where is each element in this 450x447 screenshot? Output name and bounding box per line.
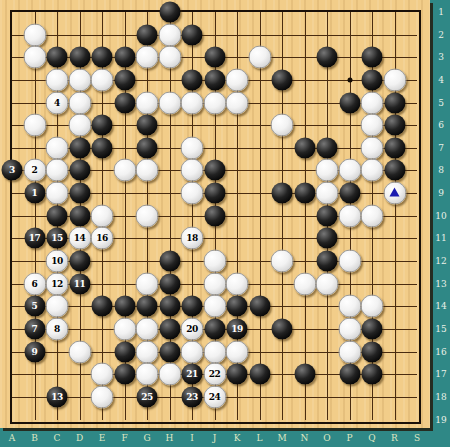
stone-white[interactable] bbox=[293, 272, 316, 295]
stone-white[interactable] bbox=[68, 68, 91, 91]
move-number: 12 bbox=[51, 279, 63, 288]
stone-white[interactable] bbox=[181, 136, 204, 159]
stone-black[interactable] bbox=[227, 364, 248, 385]
stone-black[interactable] bbox=[47, 47, 68, 68]
stone-white[interactable] bbox=[181, 340, 204, 363]
row-label: 6 bbox=[432, 120, 450, 130]
stone-white[interactable] bbox=[338, 295, 361, 318]
stone-white[interactable] bbox=[361, 91, 384, 114]
stone-white[interactable] bbox=[158, 363, 181, 386]
stone-black[interactable] bbox=[69, 160, 90, 181]
go-game-screenshot: 4321171514161810612115782019921221325232… bbox=[0, 0, 450, 447]
move-number: 5 bbox=[32, 302, 38, 311]
stone-black[interactable] bbox=[92, 47, 113, 68]
stone-black[interactable] bbox=[159, 273, 180, 294]
stone-black[interactable] bbox=[69, 205, 90, 226]
stone-white[interactable] bbox=[338, 340, 361, 363]
stone-black[interactable] bbox=[384, 92, 405, 113]
stone-black[interactable] bbox=[204, 69, 225, 90]
stone-white[interactable] bbox=[181, 182, 204, 205]
stone-white[interactable] bbox=[136, 317, 159, 340]
stone-black[interactable] bbox=[204, 47, 225, 68]
stone-black[interactable] bbox=[114, 69, 135, 90]
stone-white[interactable] bbox=[23, 23, 46, 46]
stone-white[interactable] bbox=[181, 159, 204, 182]
stone-white[interactable]: 4 bbox=[46, 91, 69, 114]
stone-white[interactable] bbox=[383, 182, 406, 205]
stone-black[interactable] bbox=[159, 251, 180, 272]
column-label: L bbox=[253, 433, 267, 443]
row-label: 19 bbox=[432, 415, 450, 425]
stone-white[interactable] bbox=[361, 114, 384, 137]
stone-black[interactable] bbox=[317, 137, 338, 158]
stone-white[interactable] bbox=[136, 272, 159, 295]
stone-black[interactable]: 1 bbox=[24, 183, 45, 204]
stone-black[interactable] bbox=[137, 24, 158, 45]
stone-white[interactable] bbox=[338, 317, 361, 340]
stone-black[interactable] bbox=[47, 205, 68, 226]
row-label: 7 bbox=[432, 143, 450, 153]
stone-black[interactable] bbox=[384, 137, 405, 158]
column-label: R bbox=[388, 433, 402, 443]
row-label: 14 bbox=[432, 301, 450, 311]
stone-white[interactable] bbox=[226, 68, 249, 91]
stone-black[interactable]: 15 bbox=[47, 228, 68, 249]
stone-black[interactable] bbox=[272, 318, 293, 339]
stone-black[interactable] bbox=[339, 92, 360, 113]
move-number: 23 bbox=[186, 392, 198, 401]
stone-white[interactable] bbox=[248, 46, 271, 69]
stone-black[interactable] bbox=[92, 296, 113, 317]
stone-white[interactable]: 18 bbox=[181, 227, 204, 250]
stone-black[interactable]: 5 bbox=[24, 296, 45, 317]
stone-black[interactable] bbox=[69, 183, 90, 204]
row-label: 16 bbox=[432, 347, 450, 357]
stone-white[interactable] bbox=[203, 340, 226, 363]
stone-black[interactable]: 11 bbox=[69, 273, 90, 294]
stone-white[interactable]: 14 bbox=[68, 227, 91, 250]
column-label: C bbox=[50, 433, 64, 443]
stone-white[interactable] bbox=[68, 114, 91, 137]
column-label: D bbox=[73, 433, 87, 443]
row-label: 1 bbox=[432, 7, 450, 17]
stone-white[interactable] bbox=[46, 295, 69, 318]
move-number: 1 bbox=[32, 189, 38, 198]
stone-white[interactable] bbox=[203, 295, 226, 318]
stone-black[interactable] bbox=[114, 47, 135, 68]
stone-white[interactable] bbox=[46, 159, 69, 182]
stone-white[interactable] bbox=[338, 159, 361, 182]
stone-white[interactable] bbox=[46, 136, 69, 159]
stone-white[interactable] bbox=[91, 363, 114, 386]
stone-black[interactable] bbox=[159, 318, 180, 339]
stone-black[interactable] bbox=[114, 364, 135, 385]
stone-black[interactable] bbox=[384, 115, 405, 136]
stone-black[interactable]: 9 bbox=[24, 341, 45, 362]
move-number: 24 bbox=[209, 392, 221, 401]
stone-white[interactable] bbox=[158, 91, 181, 114]
stone-white[interactable] bbox=[338, 250, 361, 273]
stone-black[interactable] bbox=[137, 296, 158, 317]
stone-black[interactable] bbox=[159, 2, 180, 23]
column-label: O bbox=[320, 433, 334, 443]
stone-black[interactable] bbox=[182, 69, 203, 90]
stone-white[interactable] bbox=[361, 136, 384, 159]
stone-black[interactable] bbox=[272, 183, 293, 204]
move-number: 6 bbox=[32, 279, 38, 288]
stone-black[interactable] bbox=[204, 205, 225, 226]
stone-black[interactable] bbox=[362, 364, 383, 385]
column-label: M bbox=[275, 433, 289, 443]
move-number: 22 bbox=[209, 370, 221, 379]
move-number: 10 bbox=[51, 257, 63, 266]
move-number: 8 bbox=[54, 324, 60, 333]
stone-white[interactable] bbox=[46, 68, 69, 91]
stone-black[interactable] bbox=[317, 47, 338, 68]
stone-white[interactable] bbox=[136, 46, 159, 69]
stone-black[interactable] bbox=[204, 160, 225, 181]
stone-white[interactable]: 22 bbox=[203, 363, 226, 386]
move-number: 16 bbox=[96, 234, 108, 243]
stone-white[interactable] bbox=[68, 91, 91, 114]
stone-black[interactable] bbox=[384, 160, 405, 181]
stone-black[interactable]: 19 bbox=[227, 318, 248, 339]
column-label: S bbox=[410, 433, 424, 443]
stone-white[interactable] bbox=[68, 340, 91, 363]
stone-white[interactable] bbox=[158, 46, 181, 69]
stone-black[interactable] bbox=[92, 137, 113, 158]
stone-white[interactable] bbox=[23, 114, 46, 137]
column-label: I bbox=[185, 433, 199, 443]
stone-white[interactable] bbox=[361, 204, 384, 227]
stone-black[interactable] bbox=[92, 115, 113, 136]
stone-white[interactable] bbox=[158, 23, 181, 46]
star-point bbox=[347, 77, 352, 82]
stone-white[interactable] bbox=[316, 272, 339, 295]
stone-white[interactable] bbox=[226, 91, 249, 114]
row-label: 15 bbox=[432, 324, 450, 334]
move-number: 25 bbox=[141, 392, 153, 401]
stone-black[interactable] bbox=[137, 115, 158, 136]
stone-black[interactable] bbox=[362, 47, 383, 68]
stone-black[interactable] bbox=[159, 341, 180, 362]
stone-black[interactable] bbox=[362, 69, 383, 90]
column-label: N bbox=[298, 433, 312, 443]
stone-black[interactable] bbox=[137, 137, 158, 158]
stone-white[interactable]: 20 bbox=[181, 317, 204, 340]
stone-white[interactable] bbox=[136, 363, 159, 386]
stone-white[interactable] bbox=[113, 159, 136, 182]
row-label: 3 bbox=[432, 52, 450, 62]
stone-black[interactable] bbox=[69, 47, 90, 68]
row-label: 12 bbox=[432, 256, 450, 266]
stone-white[interactable] bbox=[338, 204, 361, 227]
stone-black[interactable] bbox=[272, 69, 293, 90]
column-label: F bbox=[118, 433, 132, 443]
stone-black[interactable]: 17 bbox=[24, 228, 45, 249]
column-label: Q bbox=[365, 433, 379, 443]
stone-white[interactable] bbox=[113, 317, 136, 340]
row-label: 2 bbox=[432, 30, 450, 40]
stone-black[interactable]: 23 bbox=[182, 386, 203, 407]
stone-white[interactable] bbox=[316, 182, 339, 205]
stone-white[interactable] bbox=[271, 114, 294, 137]
stone-white[interactable] bbox=[361, 295, 384, 318]
stone-white[interactable]: 12 bbox=[46, 272, 69, 295]
stone-black[interactable] bbox=[362, 318, 383, 339]
stone-black[interactable] bbox=[227, 296, 248, 317]
stone-white[interactable] bbox=[136, 159, 159, 182]
stone-white[interactable] bbox=[226, 340, 249, 363]
stone-black[interactable] bbox=[294, 364, 315, 385]
stone-black[interactable]: 7 bbox=[24, 318, 45, 339]
stone-black[interactable] bbox=[249, 296, 270, 317]
move-number: 7 bbox=[32, 324, 38, 333]
stone-black[interactable]: 25 bbox=[137, 386, 158, 407]
stone-white[interactable]: 8 bbox=[46, 317, 69, 340]
stone-white[interactable] bbox=[91, 385, 114, 408]
column-label: P bbox=[343, 433, 357, 443]
move-number: 11 bbox=[74, 279, 86, 288]
move-number: 21 bbox=[186, 370, 198, 379]
stone-black[interactable]: 13 bbox=[47, 386, 68, 407]
column-label: G bbox=[140, 433, 154, 443]
stone-black[interactable]: 21 bbox=[182, 364, 203, 385]
stone-black[interactable] bbox=[249, 364, 270, 385]
stone-black[interactable] bbox=[114, 341, 135, 362]
stone-black[interactable] bbox=[204, 183, 225, 204]
column-label: B bbox=[28, 433, 42, 443]
row-label: 4 bbox=[432, 75, 450, 85]
column-label: H bbox=[163, 433, 177, 443]
stone-white[interactable] bbox=[91, 68, 114, 91]
stone-white[interactable]: 2 bbox=[23, 159, 46, 182]
stone-black[interactable] bbox=[339, 364, 360, 385]
move-number: 14 bbox=[74, 234, 86, 243]
row-label: 13 bbox=[432, 279, 450, 289]
stone-white[interactable] bbox=[46, 182, 69, 205]
column-label: J bbox=[208, 433, 222, 443]
row-label: 8 bbox=[432, 165, 450, 175]
stone-black[interactable] bbox=[159, 296, 180, 317]
stone-black[interactable] bbox=[339, 183, 360, 204]
move-number: 3 bbox=[9, 166, 15, 175]
stone-black[interactable] bbox=[182, 296, 203, 317]
stone-black[interactable] bbox=[204, 318, 225, 339]
column-label: A bbox=[5, 433, 19, 443]
stone-white[interactable] bbox=[226, 272, 249, 295]
stone-white[interactable] bbox=[203, 272, 226, 295]
stone-black[interactable] bbox=[362, 341, 383, 362]
stone-black[interactable] bbox=[317, 228, 338, 249]
row-label: 10 bbox=[432, 211, 450, 221]
move-number: 13 bbox=[51, 392, 63, 401]
stone-white[interactable] bbox=[203, 250, 226, 273]
stone-black[interactable] bbox=[294, 183, 315, 204]
stone-white[interactable] bbox=[271, 250, 294, 273]
row-label: 5 bbox=[432, 98, 450, 108]
stone-black[interactable] bbox=[182, 24, 203, 45]
go-board[interactable]: 4321171514161810612115782019921221325232… bbox=[0, 0, 430, 428]
stone-white[interactable] bbox=[203, 91, 226, 114]
stone-white[interactable] bbox=[136, 340, 159, 363]
stone-white[interactable]: 10 bbox=[46, 250, 69, 273]
stone-white[interactable]: 6 bbox=[23, 272, 46, 295]
stone-white[interactable] bbox=[136, 91, 159, 114]
move-number: 2 bbox=[32, 166, 38, 175]
move-number: 18 bbox=[186, 234, 198, 243]
row-label: 11 bbox=[432, 233, 450, 243]
stone-black[interactable] bbox=[114, 296, 135, 317]
row-label: 18 bbox=[432, 392, 450, 402]
column-label: E bbox=[95, 433, 109, 443]
stone-black[interactable] bbox=[317, 251, 338, 272]
row-label: 17 bbox=[432, 369, 450, 379]
stone-black[interactable] bbox=[69, 137, 90, 158]
move-number: 15 bbox=[51, 234, 63, 243]
stone-white[interactable] bbox=[91, 204, 114, 227]
stone-black[interactable] bbox=[294, 137, 315, 158]
stone-white[interactable]: 16 bbox=[91, 227, 114, 250]
stone-white[interactable] bbox=[136, 204, 159, 227]
move-number: 20 bbox=[186, 324, 198, 333]
row-label: 9 bbox=[432, 188, 450, 198]
stone-white[interactable]: 24 bbox=[203, 385, 226, 408]
move-number: 17 bbox=[29, 234, 41, 243]
column-label: K bbox=[230, 433, 244, 443]
stone-black[interactable] bbox=[317, 205, 338, 226]
stone-white[interactable] bbox=[361, 159, 384, 182]
stone-white[interactable] bbox=[181, 91, 204, 114]
stone-white[interactable] bbox=[23, 46, 46, 69]
move-number: 19 bbox=[231, 324, 243, 333]
stone-black[interactable] bbox=[69, 251, 90, 272]
stone-white[interactable] bbox=[316, 159, 339, 182]
move-number: 4 bbox=[54, 98, 60, 107]
stone-black[interactable]: 3 bbox=[2, 160, 23, 181]
move-number: 9 bbox=[32, 347, 38, 356]
stone-white[interactable] bbox=[383, 68, 406, 91]
stone-black[interactable] bbox=[114, 92, 135, 113]
triangle-marker-icon bbox=[390, 188, 400, 197]
